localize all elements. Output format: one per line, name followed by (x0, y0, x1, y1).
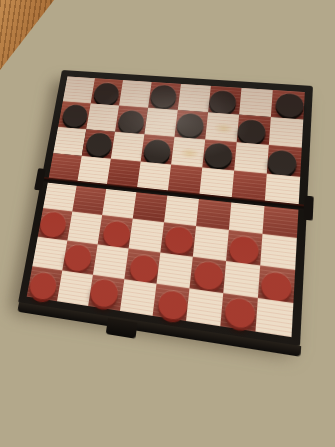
red-man[interactable]: ● (221, 289, 259, 330)
square-d2[interactable]: ● (124, 248, 160, 283)
checkers-board: ●●●●●●●●●●●●●●●●●●●●●●●● (18, 70, 313, 347)
square-b8[interactable]: ● (91, 78, 123, 105)
black-man[interactable]: ● (265, 143, 300, 178)
square-g3[interactable]: ● (226, 230, 262, 266)
square-g6[interactable] (234, 142, 269, 174)
square-f8[interactable]: ● (208, 86, 241, 115)
black-man[interactable]: ● (235, 113, 269, 146)
square-f1[interactable] (186, 288, 223, 326)
black-man[interactable]: ● (206, 84, 240, 115)
square-a7[interactable]: ● (58, 101, 91, 129)
square-e3[interactable]: ● (160, 222, 196, 256)
square-e7[interactable]: ● (174, 110, 208, 139)
red-man[interactable]: ● (191, 253, 228, 292)
black-man[interactable]: ● (147, 79, 180, 109)
black-man[interactable]: ● (141, 133, 175, 166)
square-g7[interactable]: ● (237, 115, 271, 145)
square-d8[interactable]: ● (148, 82, 181, 110)
square-e6[interactable] (171, 137, 205, 168)
hinge-right (303, 195, 314, 220)
square-c7[interactable]: ● (115, 106, 148, 135)
square-f6[interactable]: ● (202, 139, 236, 170)
square-d1[interactable] (120, 279, 157, 316)
square-f2[interactable]: ● (189, 257, 226, 293)
board-grid: ●●●●●●●●●●●●●●●●●●●●●●●● (27, 76, 305, 337)
square-h2[interactable]: ● (258, 265, 295, 303)
red-man[interactable]: ● (26, 264, 62, 302)
black-man[interactable]: ● (174, 107, 208, 139)
black-man[interactable]: ● (115, 104, 148, 135)
square-c3[interactable]: ● (98, 215, 133, 248)
square-b6[interactable]: ● (82, 129, 115, 158)
black-man[interactable]: ● (91, 77, 124, 107)
red-man[interactable]: ● (86, 271, 123, 310)
square-h1[interactable] (255, 298, 293, 337)
black-man[interactable]: ● (201, 136, 236, 170)
square-c6[interactable] (111, 132, 145, 162)
square-a6[interactable] (53, 127, 86, 156)
square-h6[interactable]: ● (267, 145, 302, 177)
square-g1[interactable]: ● (220, 293, 258, 332)
square-h8[interactable]: ● (271, 90, 305, 120)
red-man[interactable]: ● (226, 228, 263, 266)
red-man[interactable]: ● (161, 219, 197, 256)
square-d6[interactable]: ● (141, 134, 175, 164)
photo-scene: ●●●●●●●●●●●●●●●●●●●●●●●● (0, 0, 335, 447)
square-e1[interactable]: ● (153, 284, 190, 321)
black-man[interactable]: ● (273, 87, 307, 119)
square-c1[interactable]: ● (88, 275, 124, 311)
